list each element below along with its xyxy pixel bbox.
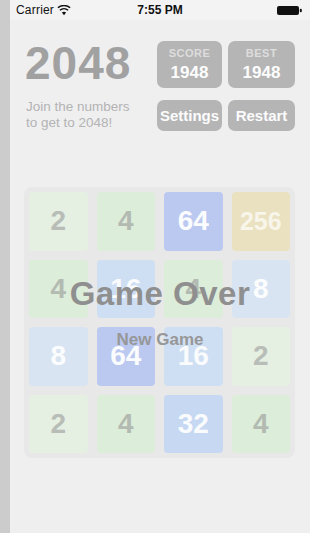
- status-bar: Carrier 7:55 PM: [10, 0, 310, 20]
- tile-4-r1c2: 4: [97, 192, 156, 251]
- tile-64-r1c3: 64: [164, 192, 223, 251]
- score-box: SCORE 1948: [157, 41, 222, 88]
- score-label: SCORE: [157, 47, 222, 59]
- game-board[interactable]: 24642564164886416224324: [24, 187, 295, 458]
- tile-4-r4c2: 4: [97, 395, 156, 454]
- subtitle-line-1: Join the numbers: [26, 99, 130, 115]
- subtitle-line-2: to get to 2048!: [26, 115, 130, 131]
- tile-4-r4c4: 4: [232, 395, 291, 454]
- app-subtitle: Join the numbers to get to 2048!: [26, 99, 130, 131]
- battery-icon: [277, 6, 302, 15]
- best-box: BEST 1948: [228, 41, 295, 88]
- phone-screen: Carrier 7:55 PM 2048 Join the numbers to…: [10, 0, 310, 533]
- best-value: 1948: [228, 63, 295, 83]
- game-over-text: Game Over: [10, 275, 310, 313]
- tile-256-r1c4: 256: [232, 192, 291, 251]
- restart-button[interactable]: Restart: [228, 100, 295, 131]
- tile-2-r4c1: 2: [29, 395, 88, 454]
- best-label: BEST: [228, 47, 295, 59]
- new-game-button[interactable]: New Game: [10, 329, 310, 351]
- app-title: 2048: [25, 40, 131, 86]
- tile-32-r4c3: 32: [164, 395, 223, 454]
- score-value: 1948: [157, 63, 222, 83]
- status-time: 7:55 PM: [10, 3, 310, 17]
- settings-button[interactable]: Settings: [157, 100, 222, 131]
- tile-2-r1c1: 2: [29, 192, 88, 251]
